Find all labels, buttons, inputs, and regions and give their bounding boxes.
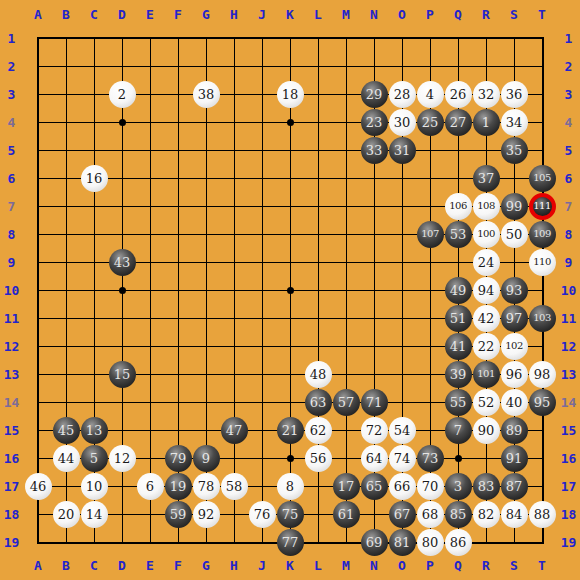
stone-move-number: 79 [170, 452, 187, 465]
stone-65[interactable]: 65 [361, 473, 388, 500]
coord-label: 7 [557, 200, 580, 213]
stone-move-number: 61 [338, 508, 355, 521]
coord-label: 7 [0, 200, 23, 213]
coord-label: L [309, 559, 327, 572]
coord-label: 13 [557, 368, 580, 381]
stone-move-number: 68 [422, 508, 439, 521]
stone-move-number: 37 [478, 172, 495, 185]
stone-43[interactable]: 43 [109, 249, 136, 276]
stone-98[interactable]: 98 [529, 361, 556, 388]
coord-label: G [197, 8, 215, 21]
stone-76[interactable]: 76 [249, 501, 276, 528]
stone-99[interactable]: 99 [501, 193, 528, 220]
stone-move-number: 7 [454, 424, 462, 437]
stone-move-number: 101 [477, 369, 495, 379]
stone-9[interactable]: 9 [193, 445, 220, 472]
stone-14[interactable]: 14 [81, 501, 108, 528]
coord-label: M [337, 559, 355, 572]
stone-56[interactable]: 56 [305, 445, 332, 472]
coord-label: K [281, 559, 299, 572]
coord-label: J [253, 559, 271, 572]
coord-label: 2 [557, 60, 580, 73]
coord-label: S [505, 8, 523, 21]
coord-label: 3 [557, 88, 580, 101]
stone-move-number: 108 [477, 201, 495, 211]
stone-41[interactable]: 41 [445, 333, 472, 360]
coord-label: E [141, 559, 159, 572]
stone-31[interactable]: 31 [389, 137, 416, 164]
stone-move-number: 3 [454, 480, 462, 493]
coord-label: 6 [557, 172, 580, 185]
stone-move-number: 35 [506, 144, 523, 157]
stone-move-number: 103 [533, 313, 551, 323]
stone-83[interactable]: 83 [473, 473, 500, 500]
coord-label: C [85, 8, 103, 21]
stone-107[interactable]: 107 [417, 221, 444, 248]
coord-label: H [225, 8, 243, 21]
coord-label: 16 [0, 452, 23, 465]
stone-109[interactable]: 109 [529, 221, 556, 248]
stone-move-number: 23 [366, 116, 383, 129]
stone-move-number: 49 [450, 284, 467, 297]
stone-move-number: 59 [170, 508, 187, 521]
stone-63[interactable]: 63 [305, 389, 332, 416]
stone-move-number: 15 [114, 368, 131, 381]
stone-73[interactable]: 73 [417, 445, 444, 472]
stone-93[interactable]: 93 [501, 277, 528, 304]
coord-label: 6 [0, 172, 23, 185]
stone-100[interactable]: 100 [473, 221, 500, 248]
stone-move-number: 39 [450, 368, 467, 381]
coord-label: P [421, 8, 439, 21]
stone-90[interactable]: 90 [473, 417, 500, 444]
stone-move-number: 65 [366, 480, 383, 493]
coord-label: R [477, 559, 495, 572]
stone-29[interactable]: 29 [361, 81, 388, 108]
coord-label: 15 [0, 424, 23, 437]
coord-label: D [113, 8, 131, 21]
stone-28[interactable]: 28 [389, 81, 416, 108]
stone-32[interactable]: 32 [473, 81, 500, 108]
stone-move-number: 18 [282, 88, 299, 101]
stone-move-number: 58 [226, 480, 243, 493]
stone-move-number: 87 [506, 480, 523, 493]
stone-17[interactable]: 17 [333, 473, 360, 500]
stone-55[interactable]: 55 [445, 389, 472, 416]
stone-move-number: 109 [533, 229, 551, 239]
stone-move-number: 63 [310, 396, 327, 409]
stone-move-number: 57 [338, 396, 355, 409]
stone-78[interactable]: 78 [193, 473, 220, 500]
stone-91[interactable]: 91 [501, 445, 528, 472]
stone-move-number: 19 [170, 480, 187, 493]
stone-97[interactable]: 97 [501, 305, 528, 332]
stone-50[interactable]: 50 [501, 221, 528, 248]
coord-label: A [29, 559, 47, 572]
stone-77[interactable]: 77 [277, 529, 304, 556]
stone-move-number: 69 [366, 536, 383, 549]
stone-move-number: 17 [338, 480, 355, 493]
coord-label: 2 [0, 60, 23, 73]
coord-label: E [141, 8, 159, 21]
stone-35[interactable]: 35 [501, 137, 528, 164]
stone-72[interactable]: 72 [361, 417, 388, 444]
stone-move-number: 16 [86, 172, 103, 185]
stone-move-number: 50 [506, 228, 523, 241]
stone-5[interactable]: 5 [81, 445, 108, 472]
stone-34[interactable]: 34 [501, 109, 528, 136]
stone-move-number: 67 [394, 508, 411, 521]
coord-label: 19 [557, 536, 580, 549]
stone-move-number: 10 [86, 480, 103, 493]
coord-label: 5 [0, 144, 23, 157]
coord-label: 17 [0, 480, 23, 493]
stone-88[interactable]: 88 [529, 501, 556, 528]
stone-move-number: 42 [478, 312, 495, 325]
stone-move-number: 13 [86, 424, 103, 437]
stone-111-last-move[interactable]: 111 [529, 193, 556, 220]
stone-1[interactable]: 1 [473, 109, 500, 136]
stone-54[interactable]: 54 [389, 417, 416, 444]
stone-move-number: 84 [506, 508, 523, 521]
stone-move-number: 14 [86, 508, 103, 521]
stone-move-number: 73 [422, 452, 439, 465]
go-board-diagram: ABCDEFGHJKLMNOPQRST ABCDEFGHJKLMNOPQRST … [0, 0, 580, 580]
stone-12[interactable]: 12 [109, 445, 136, 472]
stone-move-number: 21 [282, 424, 299, 437]
stone-move-number: 90 [478, 424, 495, 437]
stone-66[interactable]: 66 [389, 473, 416, 500]
stone-16[interactable]: 16 [81, 165, 108, 192]
stone-move-number: 4 [426, 88, 434, 101]
coord-label: C [85, 559, 103, 572]
stone-25[interactable]: 25 [417, 109, 444, 136]
stone-95[interactable]: 95 [529, 389, 556, 416]
stone-92[interactable]: 92 [193, 501, 220, 528]
stone-53[interactable]: 53 [445, 221, 472, 248]
stone-move-number: 74 [394, 452, 411, 465]
stone-move-number: 1 [482, 116, 490, 129]
stone-move-number: 82 [478, 508, 495, 521]
coord-label: 14 [0, 396, 23, 409]
stone-move-number: 36 [506, 88, 523, 101]
coord-label: T [533, 8, 551, 21]
stone-69[interactable]: 69 [361, 529, 388, 556]
coord-label: 14 [557, 396, 580, 409]
coord-label: L [309, 8, 327, 21]
stone-19[interactable]: 19 [165, 473, 192, 500]
stone-move-number: 9 [202, 452, 210, 465]
stone-move-number: 71 [366, 396, 383, 409]
stone-move-number: 107 [421, 229, 439, 239]
coord-label: Q [449, 559, 467, 572]
stone-move-number: 91 [506, 452, 523, 465]
coord-label: 10 [0, 284, 23, 297]
coord-label: 12 [0, 340, 23, 353]
stone-move-number: 95 [534, 396, 551, 409]
stone-4[interactable]: 4 [417, 81, 444, 108]
stone-move-number: 51 [450, 312, 467, 325]
coord-label: A [29, 8, 47, 21]
stone-move-number: 8 [286, 480, 294, 493]
stone-move-number: 98 [534, 368, 551, 381]
stone-48[interactable]: 48 [305, 361, 332, 388]
stone-58[interactable]: 58 [221, 473, 248, 500]
stone-22[interactable]: 22 [473, 333, 500, 360]
stone-move-number: 53 [450, 228, 467, 241]
stone-move-number: 48 [310, 368, 327, 381]
coord-label: N [365, 559, 383, 572]
coord-label: 18 [557, 508, 580, 521]
stone-move-number: 86 [450, 536, 467, 549]
stone-move-number: 22 [478, 340, 495, 353]
coord-label: H [225, 559, 243, 572]
stone-59[interactable]: 59 [165, 501, 192, 528]
coord-label: 12 [557, 340, 580, 353]
coord-label: 3 [0, 88, 23, 101]
coord-label: 9 [557, 256, 580, 269]
coord-label: O [393, 559, 411, 572]
stone-move-number: 26 [450, 88, 467, 101]
stone-42[interactable]: 42 [473, 305, 500, 332]
stone-33[interactable]: 33 [361, 137, 388, 164]
stone-15[interactable]: 15 [109, 361, 136, 388]
stone-74[interactable]: 74 [389, 445, 416, 472]
stone-move-number: 41 [450, 340, 467, 353]
stone-3[interactable]: 3 [445, 473, 472, 500]
stone-move-number: 12 [114, 452, 131, 465]
stone-move-number: 30 [394, 116, 411, 129]
stone-10[interactable]: 10 [81, 473, 108, 500]
stone-105[interactable]: 105 [529, 165, 556, 192]
stone-move-number: 80 [422, 536, 439, 549]
stone-move-number: 105 [533, 173, 551, 183]
stone-move-number: 32 [478, 88, 495, 101]
coord-label: 18 [0, 508, 23, 521]
coord-label: 1 [557, 32, 580, 45]
stone-move-number: 40 [506, 396, 523, 409]
stone-101[interactable]: 101 [473, 361, 500, 388]
stone-108[interactable]: 108 [473, 193, 500, 220]
stone-62[interactable]: 62 [305, 417, 332, 444]
stone-move-number: 28 [394, 88, 411, 101]
coord-label: K [281, 8, 299, 21]
coord-label: F [169, 559, 187, 572]
stone-81[interactable]: 81 [389, 529, 416, 556]
coord-label: 11 [557, 312, 580, 325]
stone-move-number: 102 [505, 341, 523, 351]
stone-30[interactable]: 30 [389, 109, 416, 136]
stone-move-number: 44 [58, 452, 75, 465]
stone-move-number: 24 [478, 256, 495, 269]
stone-move-number: 31 [394, 144, 411, 157]
stone-move-number: 92 [198, 508, 215, 521]
stone-61[interactable]: 61 [333, 501, 360, 528]
coord-label: 8 [557, 228, 580, 241]
stone-68[interactable]: 68 [417, 501, 444, 528]
stone-13[interactable]: 13 [81, 417, 108, 444]
stone-26[interactable]: 26 [445, 81, 472, 108]
stone-move-number: 85 [450, 508, 467, 521]
stone-80[interactable]: 80 [417, 529, 444, 556]
star-point [287, 455, 294, 462]
stone-move-number: 66 [394, 480, 411, 493]
star-point [119, 287, 126, 294]
stone-96[interactable]: 96 [501, 361, 528, 388]
stone-67[interactable]: 67 [389, 501, 416, 528]
stone-45[interactable]: 45 [53, 417, 80, 444]
coord-label: B [57, 8, 75, 21]
stone-move-number: 78 [198, 480, 215, 493]
coord-label: 15 [557, 424, 580, 437]
stone-move-number: 75 [282, 508, 299, 521]
stone-move-number: 52 [478, 396, 495, 409]
stone-move-number: 96 [506, 368, 523, 381]
coord-label: 13 [0, 368, 23, 381]
stone-8[interactable]: 8 [277, 473, 304, 500]
coord-label: O [393, 8, 411, 21]
stone-move-number: 5 [90, 452, 98, 465]
stone-move-number: 62 [310, 424, 327, 437]
stone-move-number: 88 [534, 508, 551, 521]
stone-move-number: 106 [449, 201, 467, 211]
coord-label: 16 [557, 452, 580, 465]
stone-6[interactable]: 6 [137, 473, 164, 500]
stone-move-number: 20 [58, 508, 75, 521]
stone-84[interactable]: 84 [501, 501, 528, 528]
stone-82[interactable]: 82 [473, 501, 500, 528]
stone-24[interactable]: 24 [473, 249, 500, 276]
stone-106[interactable]: 106 [445, 193, 472, 220]
stone-move-number: 93 [506, 284, 523, 297]
coord-label: S [505, 559, 523, 572]
stone-89[interactable]: 89 [501, 417, 528, 444]
stone-move-number: 77 [282, 536, 299, 549]
stone-move-number: 34 [506, 116, 523, 129]
stone-move-number: 25 [422, 116, 439, 129]
stone-38[interactable]: 38 [193, 81, 220, 108]
stone-7[interactable]: 7 [445, 417, 472, 444]
coord-label: 8 [0, 228, 23, 241]
stone-move-number: 45 [58, 424, 75, 437]
stone-79[interactable]: 79 [165, 445, 192, 472]
coord-label: T [533, 559, 551, 572]
stone-37[interactable]: 37 [473, 165, 500, 192]
stone-move-number: 38 [198, 88, 215, 101]
stone-23[interactable]: 23 [361, 109, 388, 136]
star-point [287, 119, 294, 126]
coord-label: 4 [557, 116, 580, 129]
coord-label: 10 [557, 284, 580, 297]
stone-21[interactable]: 21 [277, 417, 304, 444]
coord-label: 5 [557, 144, 580, 157]
coord-label: 1 [0, 32, 23, 45]
stone-40[interactable]: 40 [501, 389, 528, 416]
coord-label: B [57, 559, 75, 572]
stone-27[interactable]: 27 [445, 109, 472, 136]
stone-2[interactable]: 2 [109, 81, 136, 108]
stone-44[interactable]: 44 [53, 445, 80, 472]
stone-move-number: 55 [450, 396, 467, 409]
stone-move-number: 76 [254, 508, 271, 521]
coord-label: 4 [0, 116, 23, 129]
stone-57[interactable]: 57 [333, 389, 360, 416]
stone-46[interactable]: 46 [25, 473, 52, 500]
stone-move-number: 100 [477, 229, 495, 239]
stone-move-number: 47 [226, 424, 243, 437]
stone-move-number: 29 [366, 88, 383, 101]
stone-110[interactable]: 110 [529, 249, 556, 276]
stone-move-number: 81 [394, 536, 411, 549]
stone-move-number: 6 [146, 480, 154, 493]
stone-75[interactable]: 75 [277, 501, 304, 528]
coord-label: 17 [557, 480, 580, 493]
stone-47[interactable]: 47 [221, 417, 248, 444]
stone-move-number: 2 [118, 88, 126, 101]
stone-move-number: 111 [533, 201, 551, 211]
stone-move-number: 70 [422, 480, 439, 493]
star-point [119, 119, 126, 126]
stone-move-number: 33 [366, 144, 383, 157]
stone-71[interactable]: 71 [361, 389, 388, 416]
stone-move-number: 54 [394, 424, 411, 437]
stone-94[interactable]: 94 [473, 277, 500, 304]
coord-label: 19 [0, 536, 23, 549]
stone-move-number: 110 [533, 257, 551, 267]
stone-52[interactable]: 52 [473, 389, 500, 416]
coord-label: 9 [0, 256, 23, 269]
stone-move-number: 56 [310, 452, 327, 465]
stone-move-number: 99 [506, 200, 523, 213]
coord-label: M [337, 8, 355, 21]
stone-move-number: 83 [478, 480, 495, 493]
stone-move-number: 64 [366, 452, 383, 465]
stone-64[interactable]: 64 [361, 445, 388, 472]
stone-move-number: 97 [506, 312, 523, 325]
stone-move-number: 94 [478, 284, 495, 297]
stone-move-number: 89 [506, 424, 523, 437]
star-point [287, 287, 294, 294]
coord-label: N [365, 8, 383, 21]
stone-39[interactable]: 39 [445, 361, 472, 388]
stone-51[interactable]: 51 [445, 305, 472, 332]
coord-label: P [421, 559, 439, 572]
coord-label: J [253, 8, 271, 21]
stone-move-number: 72 [366, 424, 383, 437]
coord-label: F [169, 8, 187, 21]
star-point [455, 455, 462, 462]
stone-70[interactable]: 70 [417, 473, 444, 500]
stone-49[interactable]: 49 [445, 277, 472, 304]
stone-move-number: 27 [450, 116, 467, 129]
stone-move-number: 46 [30, 480, 47, 493]
coord-label: D [113, 559, 131, 572]
stone-86[interactable]: 86 [445, 529, 472, 556]
stone-87[interactable]: 87 [501, 473, 528, 500]
stone-103[interactable]: 103 [529, 305, 556, 332]
stone-move-number: 43 [114, 256, 131, 269]
stone-102[interactable]: 102 [501, 333, 528, 360]
coord-label: Q [449, 8, 467, 21]
stone-85[interactable]: 85 [445, 501, 472, 528]
coord-label: 11 [0, 312, 23, 325]
coord-label: R [477, 8, 495, 21]
stone-20[interactable]: 20 [53, 501, 80, 528]
stone-36[interactable]: 36 [501, 81, 528, 108]
stone-18[interactable]: 18 [277, 81, 304, 108]
coord-label: G [197, 559, 215, 572]
